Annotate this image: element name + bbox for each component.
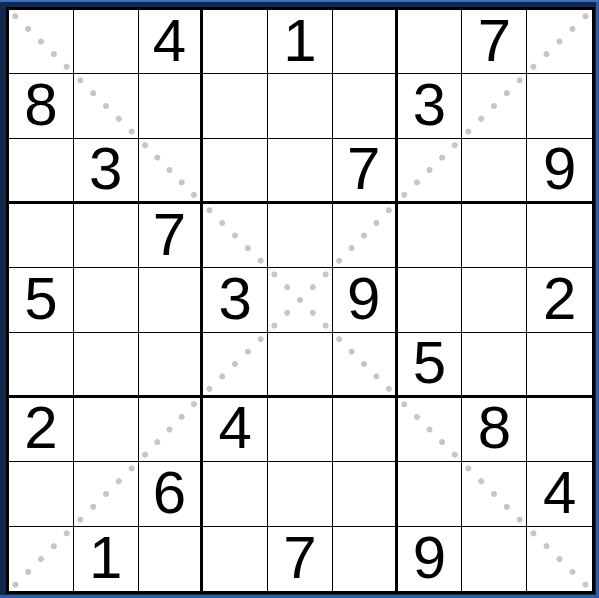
cell-r8c3[interactable]: 6: [139, 462, 204, 526]
cell-r4c1[interactable]: [9, 204, 74, 268]
cell-r1c5[interactable]: 1: [268, 10, 333, 74]
cell-r6c7[interactable]: 5: [398, 333, 463, 398]
cell-r8c4[interactable]: [203, 462, 268, 526]
cell-r6c6[interactable]: [333, 333, 398, 398]
cell-r4c5[interactable]: [268, 204, 333, 268]
cell-r6c3[interactable]: [139, 333, 204, 398]
cell-r6c4[interactable]: [203, 333, 268, 398]
cell-r5c8[interactable]: [462, 268, 527, 332]
cell-r2c5[interactable]: [268, 74, 333, 138]
cell-r7c8[interactable]: 8: [462, 398, 527, 462]
cell-r5c4[interactable]: 3: [203, 268, 268, 332]
cell-r1c7[interactable]: [398, 10, 463, 74]
cell-r1c2[interactable]: [74, 10, 139, 74]
cell-r5c5[interactable]: [268, 268, 333, 332]
cell-r7c9[interactable]: [527, 398, 592, 462]
cell-r1c4[interactable]: [203, 10, 268, 74]
cell-r7c6[interactable]: [333, 398, 398, 462]
cell-r5c9[interactable]: 2: [527, 268, 592, 332]
cell-r4c8[interactable]: [462, 204, 527, 268]
cell-r3c3[interactable]: [139, 139, 204, 204]
cell-r3c7[interactable]: [398, 139, 463, 204]
cell-r4c9[interactable]: [527, 204, 592, 268]
cell-r6c8[interactable]: [462, 333, 527, 398]
cell-r6c2[interactable]: [74, 333, 139, 398]
cell-r1c9[interactable]: [527, 10, 592, 74]
cell-r3c6[interactable]: 7: [333, 139, 398, 204]
cell-r7c3[interactable]: [139, 398, 204, 462]
board-frame: 4178337975392524864179: [0, 0, 599, 598]
cell-r9c1[interactable]: [9, 527, 74, 591]
cell-r2c2[interactable]: [74, 74, 139, 138]
cell-r2c8[interactable]: [462, 74, 527, 138]
cell-r5c1[interactable]: 5: [9, 268, 74, 332]
cell-r3c1[interactable]: [9, 139, 74, 204]
cell-r8c2[interactable]: [74, 462, 139, 526]
cell-r9c2[interactable]: 1: [74, 527, 139, 591]
cell-r8c5[interactable]: [268, 462, 333, 526]
cell-r4c2[interactable]: [74, 204, 139, 268]
cell-r3c4[interactable]: [203, 139, 268, 204]
cell-r8c7[interactable]: [398, 462, 463, 526]
cell-r4c4[interactable]: [203, 204, 268, 268]
cell-r1c1[interactable]: [9, 10, 74, 74]
cell-r3c8[interactable]: [462, 139, 527, 204]
cell-r8c6[interactable]: [333, 462, 398, 526]
cell-r9c3[interactable]: [139, 527, 204, 591]
cell-r7c4[interactable]: 4: [203, 398, 268, 462]
cell-r7c2[interactable]: [74, 398, 139, 462]
cell-r7c7[interactable]: [398, 398, 463, 462]
cell-r5c3[interactable]: [139, 268, 204, 332]
cell-r5c2[interactable]: [74, 268, 139, 332]
cell-r9c5[interactable]: 7: [268, 527, 333, 591]
cell-r8c9[interactable]: 4: [527, 462, 592, 526]
cell-r9c7[interactable]: 9: [398, 527, 463, 591]
cell-r9c6[interactable]: [333, 527, 398, 591]
cell-r3c2[interactable]: 3: [74, 139, 139, 204]
cell-r6c9[interactable]: [527, 333, 592, 398]
cell-r9c8[interactable]: [462, 527, 527, 591]
cell-r6c5[interactable]: [268, 333, 333, 398]
cell-r5c6[interactable]: 9: [333, 268, 398, 332]
sudoku-board: 4178337975392524864179: [6, 7, 595, 594]
cell-r7c1[interactable]: 2: [9, 398, 74, 462]
cell-r8c8[interactable]: [462, 462, 527, 526]
cell-r2c7[interactable]: 3: [398, 74, 463, 138]
cell-r4c7[interactable]: [398, 204, 463, 268]
cell-r3c9[interactable]: 9: [527, 139, 592, 204]
cell-r1c6[interactable]: [333, 10, 398, 74]
cell-r2c9[interactable]: [527, 74, 592, 138]
cell-r5c7[interactable]: [398, 268, 463, 332]
cell-r2c4[interactable]: [203, 74, 268, 138]
cell-r4c3[interactable]: 7: [139, 204, 204, 268]
cell-r6c1[interactable]: [9, 333, 74, 398]
cell-r2c6[interactable]: [333, 74, 398, 138]
cell-r9c9[interactable]: [527, 527, 592, 591]
cell-r4c6[interactable]: [333, 204, 398, 268]
cell-r1c8[interactable]: 7: [462, 10, 527, 74]
cell-r2c1[interactable]: 8: [9, 74, 74, 138]
cell-r7c5[interactable]: [268, 398, 333, 462]
cell-r3c5[interactable]: [268, 139, 333, 204]
cell-r8c1[interactable]: [9, 462, 74, 526]
cell-r2c3[interactable]: [139, 74, 204, 138]
cell-r1c3[interactable]: 4: [139, 10, 204, 74]
cell-r9c4[interactable]: [203, 527, 268, 591]
